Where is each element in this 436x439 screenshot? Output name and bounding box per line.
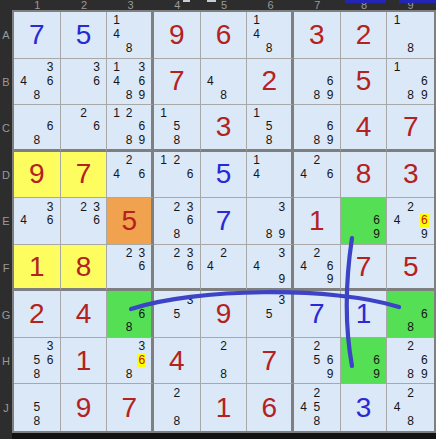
cell-value-C5: 3 — [216, 113, 232, 141]
candidate-8[interactable]: 8 — [312, 89, 321, 102]
candidate-8[interactable]: 8 — [406, 415, 415, 428]
candidate-grid: 14 — [247, 152, 291, 198]
cell-D4[interactable]: 126 — [154, 152, 201, 199]
candidate-2[interactable]: 2 — [219, 340, 228, 353]
cell-C9[interactable]: 7 — [387, 105, 434, 152]
cell-E6[interactable]: 389 — [247, 198, 294, 245]
candidate-3[interactable]: 3 — [92, 61, 101, 74]
candidate-4[interactable]: 4 — [299, 168, 308, 181]
candidate-4[interactable]: 4 — [252, 260, 261, 273]
cell-G7[interactable]: 7 — [294, 291, 341, 338]
candidate-9[interactable]: 9 — [372, 228, 381, 241]
candidate-3[interactable]: 3 — [46, 340, 55, 353]
cell-value-D8: 8 — [356, 160, 372, 188]
cell-value-A2: 5 — [76, 21, 92, 49]
candidate-1[interactable]: 1 — [252, 107, 261, 120]
cell-H9[interactable]: 2689 — [387, 338, 434, 385]
cell-C8[interactable]: 4 — [341, 105, 388, 152]
cell-value-C8: 4 — [356, 113, 372, 141]
cell-value-A8: 2 — [356, 21, 372, 49]
cell-B7[interactable]: 689 — [294, 59, 341, 106]
cell-H7[interactable]: 2569 — [294, 338, 341, 385]
candidate-1[interactable]: 1 — [159, 107, 168, 120]
candidate-grid: 2368 — [154, 198, 200, 244]
candidate-5[interactable]: 5 — [265, 308, 274, 321]
candidate-9[interactable]: 9 — [326, 89, 335, 102]
candidate-8[interactable]: 8 — [265, 42, 274, 55]
cell-G2[interactable]: 4 — [61, 291, 108, 338]
cell-H3[interactable]: 368 — [107, 338, 154, 385]
candidate-8[interactable]: 8 — [32, 134, 41, 147]
cell-E7[interactable]: 1 — [294, 198, 341, 245]
cell-A8[interactable]: 2 — [341, 12, 388, 59]
cell-A5[interactable]: 6 — [201, 12, 248, 59]
candidate-grid: 58 — [14, 384, 60, 431]
row-label-J: J — [0, 384, 12, 431]
candidate-grid: 134689 — [107, 59, 151, 105]
cell-B2[interactable]: 36 — [61, 59, 108, 106]
candidate-6[interactable]: 6 — [326, 260, 335, 273]
cell-value-A4: 9 — [169, 21, 185, 49]
cell-D9[interactable]: 3 — [387, 152, 434, 199]
candidate-grid: 349 — [247, 245, 291, 289]
cell-B1[interactable]: 3468 — [14, 59, 61, 106]
cell-B8[interactable]: 5 — [341, 59, 388, 106]
candidate-5[interactable]: 5 — [32, 401, 41, 414]
cell-A2[interactable]: 5 — [61, 12, 108, 59]
candidate-6[interactable]: 6 — [186, 168, 195, 181]
cell-C3[interactable]: 12689 — [107, 105, 154, 152]
cell-value-J5: 1 — [216, 394, 232, 422]
candidate-2[interactable]: 2 — [172, 387, 181, 400]
cell-G3[interactable]: 68 — [107, 291, 154, 338]
candidate-2[interactable]: 2 — [125, 247, 134, 260]
candidate-2[interactable]: 2 — [125, 107, 134, 120]
candidate-6[interactable]: 6 — [46, 120, 55, 133]
candidate-5[interactable]: 5 — [312, 354, 321, 367]
cell-value-B4: 7 — [169, 67, 185, 95]
top-small-fragment-1 — [183, 0, 190, 2]
candidate-grid: 35 — [154, 291, 200, 337]
candidate-5[interactable]: 5 — [312, 401, 321, 414]
cell-value-D1: 9 — [29, 160, 45, 188]
cell-F3[interactable]: 236 — [107, 245, 154, 292]
candidate-grid: 12689 — [107, 105, 151, 149]
candidate-grid: 236 — [107, 245, 151, 289]
candidate-6[interactable]: 6 — [46, 354, 55, 367]
row-label-G: G — [0, 291, 12, 338]
cell-F6[interactable]: 349 — [247, 245, 294, 292]
cell-F1[interactable]: 1 — [14, 245, 61, 292]
candidate-grid: 148 — [247, 12, 291, 58]
candidate-5[interactable]: 5 — [32, 354, 41, 367]
top-window-bar-fragment-1 — [345, 0, 386, 3]
candidate-2[interactable]: 2 — [406, 201, 415, 214]
candidate-grid: 18 — [387, 12, 434, 58]
candidate-2[interactable]: 2 — [172, 154, 181, 167]
cell-value-E3: 5 — [121, 207, 137, 235]
candidate-3[interactable]: 3 — [277, 247, 286, 260]
column-label-6: 6 — [247, 0, 294, 10]
cell-A6[interactable]: 148 — [247, 12, 294, 59]
cell-F4[interactable]: 236 — [154, 245, 201, 292]
cell-F7[interactable]: 2469 — [294, 245, 341, 292]
cell-value-H6: 7 — [261, 347, 277, 375]
cell-value-A1: 7 — [29, 21, 45, 49]
candidate-6[interactable]: 6 — [137, 260, 146, 273]
cell-J2[interactable]: 9 — [61, 384, 108, 431]
candidate-grid: 68 — [107, 291, 151, 337]
candidate-6[interactable]: 6 — [46, 75, 55, 88]
candidate-1[interactable]: 1 — [112, 14, 121, 27]
candidate-3[interactable]: 3 — [46, 61, 55, 74]
top-small-fragment-2 — [207, 0, 216, 2]
candidate-2[interactable]: 2 — [125, 154, 134, 167]
candidate-6[interactable]: 6 — [186, 214, 195, 227]
candidate-3[interactable]: 3 — [277, 201, 286, 214]
candidate-grid: 28 — [154, 384, 200, 431]
candidate-grid: 158 — [247, 105, 291, 149]
candidate-9[interactable]: 9 — [137, 89, 146, 102]
cell-D3[interactable]: 246 — [107, 152, 154, 199]
cell-value-J2: 9 — [76, 394, 92, 422]
candidate-2[interactable]: 2 — [79, 201, 88, 214]
cell-J3[interactable]: 7 — [107, 384, 154, 431]
candidate-4[interactable]: 4 — [252, 28, 261, 41]
candidate-6[interactable]: 6 — [420, 75, 429, 88]
cell-F5[interactable]: 24 — [201, 245, 248, 292]
candidate-6[interactable]: 6 — [46, 214, 55, 227]
candidate-1[interactable]: 1 — [159, 154, 168, 167]
cell-J9[interactable]: 248 — [387, 384, 434, 431]
cell-J7[interactable]: 2458 — [294, 384, 341, 431]
candidate-8[interactable]: 8 — [32, 368, 41, 381]
candidate-4[interactable]: 4 — [19, 75, 28, 88]
row-label-A: A — [0, 12, 12, 59]
candidate-6[interactable]: 6 — [326, 168, 335, 181]
column-label-3: 3 — [107, 0, 154, 10]
cell-D7[interactable]: 246 — [294, 152, 341, 199]
candidate-3[interactable]: 3 — [46, 201, 55, 214]
candidate-1[interactable]: 1 — [252, 154, 261, 167]
candidate-grid: 3468 — [14, 59, 60, 105]
row-label-E: E — [0, 198, 12, 245]
candidate-grid: 48 — [201, 59, 247, 105]
cell-G9[interactable]: 68 — [387, 291, 434, 338]
candidate-6[interactable]: 6 — [372, 214, 381, 227]
candidate-8[interactable]: 8 — [312, 134, 321, 147]
row-label-H: H — [0, 338, 12, 385]
cell-value-F1: 1 — [29, 253, 45, 281]
candidate-grid: 28 — [201, 338, 247, 384]
candidate-8[interactable]: 8 — [219, 89, 228, 102]
cell-E4[interactable]: 2368 — [154, 198, 201, 245]
cell-value-D9: 3 — [403, 160, 419, 188]
candidate-9[interactable]: 9 — [277, 273, 286, 286]
cell-J5[interactable]: 1 — [201, 384, 248, 431]
cell-value-A7: 3 — [309, 21, 325, 49]
top-window-bar-fragment-2 — [399, 0, 436, 3]
cell-value-B8: 5 — [356, 67, 372, 95]
cell-J6[interactable]: 6 — [247, 384, 294, 431]
candidate-grid: 236 — [61, 198, 107, 244]
cell-value-J6: 6 — [261, 394, 277, 422]
cell-value-J8: 3 — [356, 394, 372, 422]
candidate-3[interactable]: 3 — [186, 201, 195, 214]
cell-value-G1: 2 — [29, 300, 45, 328]
cell-G5[interactable]: 9 — [201, 291, 248, 338]
cell-value-F8: 7 — [356, 253, 372, 281]
candidate-2[interactable]: 2 — [406, 387, 415, 400]
candidate-2[interactable]: 2 — [79, 107, 88, 120]
candidate-6[interactable]: 6 — [92, 214, 101, 227]
cell-F8[interactable]: 7 — [341, 245, 388, 292]
row-labels: ABCDEFGHJ — [0, 12, 12, 431]
cell-value-F9: 5 — [403, 253, 419, 281]
candidate-6[interactable]: 6 — [92, 120, 101, 133]
candidate-9[interactable]: 9 — [372, 368, 381, 381]
candidate-1[interactable]: 1 — [393, 14, 402, 27]
cell-A7[interactable]: 3 — [294, 12, 341, 59]
cell-H2[interactable]: 1 — [61, 338, 108, 385]
cell-J8[interactable]: 3 — [341, 384, 388, 431]
candidate-9[interactable]: 9 — [420, 368, 429, 381]
cell-D2[interactable]: 7 — [61, 152, 108, 199]
candidate-4[interactable]: 4 — [393, 214, 402, 227]
sudoku-app-stage: 123456789 ABCDEFGHJ 75148961483218346836… — [0, 0, 436, 439]
candidate-2[interactable]: 2 — [312, 154, 321, 167]
row-label-F: F — [0, 245, 12, 292]
candidate-1[interactable]: 1 — [112, 61, 121, 74]
candidate-8[interactable]: 8 — [32, 89, 41, 102]
candidate-6[interactable]: 6 — [326, 75, 335, 88]
cell-C4[interactable]: 158 — [154, 105, 201, 152]
cell-J1[interactable]: 58 — [14, 384, 61, 431]
cell-A3[interactable]: 148 — [107, 12, 154, 59]
candidate-6[interactable]: 6 — [137, 120, 146, 133]
candidate-8[interactable]: 8 — [125, 134, 134, 147]
cell-B3[interactable]: 134689 — [107, 59, 154, 106]
candidate-6[interactable]: 6 — [326, 354, 335, 367]
cell-value-B6: 2 — [261, 67, 277, 95]
cell-value-G8: 1 — [356, 300, 372, 328]
candidate-3[interactable]: 3 — [186, 247, 195, 260]
cell-G4[interactable]: 35 — [154, 291, 201, 338]
candidate-5[interactable]: 5 — [172, 120, 181, 133]
cell-E2[interactable]: 236 — [61, 198, 108, 245]
candidate-9[interactable]: 9 — [420, 89, 429, 102]
candidate-6[interactable]: 6 — [186, 260, 195, 273]
cell-D6[interactable]: 14 — [247, 152, 294, 199]
candidate-grid: 689 — [294, 105, 340, 149]
cell-C6[interactable]: 158 — [247, 105, 294, 152]
cell-E5[interactable]: 7 — [201, 198, 248, 245]
candidate-4[interactable]: 4 — [393, 401, 402, 414]
candidate-grid: 389 — [247, 198, 291, 244]
cell-value-G7: 7 — [309, 300, 325, 328]
cell-C5[interactable]: 3 — [201, 105, 248, 152]
candidate-4[interactable]: 4 — [252, 168, 261, 181]
cell-H4[interactable]: 4 — [154, 338, 201, 385]
candidate-6[interactable]: 6 — [420, 354, 429, 367]
candidate-6[interactable]: 6 — [137, 354, 146, 367]
candidate-8[interactable]: 8 — [172, 228, 181, 241]
candidate-grid: 126 — [154, 152, 200, 198]
candidate-4[interactable]: 4 — [112, 75, 121, 88]
cell-H8[interactable]: 69 — [341, 338, 388, 385]
candidate-6[interactable]: 6 — [372, 354, 381, 367]
candidate-8[interactable]: 8 — [125, 89, 134, 102]
candidate-2[interactable]: 2 — [312, 247, 321, 260]
candidate-8[interactable]: 8 — [172, 415, 181, 428]
candidate-1[interactable]: 1 — [112, 107, 121, 120]
candidate-9[interactable]: 9 — [326, 273, 335, 286]
candidate-grid: 236 — [154, 245, 200, 289]
candidate-2[interactable]: 2 — [312, 340, 321, 353]
candidate-4[interactable]: 4 — [299, 260, 308, 273]
candidate-8[interactable]: 8 — [265, 228, 274, 241]
candidate-8[interactable]: 8 — [125, 368, 134, 381]
cell-A1[interactable]: 7 — [14, 12, 61, 59]
candidate-2[interactable]: 2 — [219, 247, 228, 260]
candidate-4[interactable]: 4 — [112, 28, 121, 41]
cell-G8[interactable]: 1 — [341, 291, 388, 338]
candidate-2[interactable]: 2 — [172, 201, 181, 214]
sudoku-board: 7514896148321834683613468974826895168968… — [12, 10, 436, 433]
candidate-4[interactable]: 4 — [206, 75, 215, 88]
candidate-6[interactable]: 6 — [137, 308, 146, 321]
candidate-8[interactable]: 8 — [32, 415, 41, 428]
row-label-B: B — [0, 59, 12, 106]
candidate-grid: 36 — [61, 59, 107, 105]
cell-D8[interactable]: 8 — [341, 152, 388, 199]
candidate-8[interactable]: 8 — [265, 134, 274, 147]
candidate-grid: 2469 — [294, 245, 340, 289]
cell-C7[interactable]: 689 — [294, 105, 341, 152]
candidate-8[interactable]: 8 — [406, 42, 415, 55]
cell-value-D5: 5 — [216, 160, 232, 188]
candidate-2[interactable]: 2 — [312, 387, 321, 400]
cell-E8[interactable]: 69 — [341, 198, 388, 245]
candidate-4[interactable]: 4 — [206, 260, 215, 273]
candidate-grid: 2689 — [387, 338, 434, 384]
candidate-5[interactable]: 5 — [172, 308, 181, 321]
candidate-3[interactable]: 3 — [137, 247, 146, 260]
candidate-3[interactable]: 3 — [137, 61, 146, 74]
candidate-4[interactable]: 4 — [19, 214, 28, 227]
candidate-5[interactable]: 5 — [265, 120, 274, 133]
cell-A9[interactable]: 18 — [387, 12, 434, 59]
candidate-3[interactable]: 3 — [277, 294, 286, 307]
candidate-8[interactable]: 8 — [312, 415, 321, 428]
candidate-2[interactable]: 2 — [406, 340, 415, 353]
candidate-grid: 69 — [341, 338, 387, 384]
candidate-grid: 68 — [387, 291, 434, 337]
candidate-3[interactable]: 3 — [186, 294, 195, 307]
candidate-grid: 68 — [14, 105, 60, 149]
cell-G1[interactable]: 2 — [14, 291, 61, 338]
cell-B5[interactable]: 48 — [201, 59, 248, 106]
bottom-border-strip — [12, 433, 436, 439]
cell-E3[interactable]: 5 — [107, 198, 154, 245]
column-label-4: 4 — [154, 0, 201, 10]
candidate-8[interactable]: 8 — [406, 368, 415, 381]
cell-value-D2: 7 — [76, 160, 92, 188]
cell-G6[interactable]: 35 — [247, 291, 294, 338]
cell-H6[interactable]: 7 — [247, 338, 294, 385]
candidate-grid: 689 — [294, 59, 340, 105]
candidate-9[interactable]: 9 — [277, 228, 286, 241]
candidate-9[interactable]: 9 — [326, 368, 335, 381]
cell-C1[interactable]: 68 — [14, 105, 61, 152]
candidate-8[interactable]: 8 — [172, 134, 181, 147]
cell-value-H2: 1 — [76, 347, 92, 375]
cell-D5[interactable]: 5 — [201, 152, 248, 199]
candidate-6[interactable]: 6 — [326, 120, 335, 133]
candidate-6[interactable]: 6 — [92, 75, 101, 88]
candidate-8[interactable]: 8 — [219, 368, 228, 381]
candidate-4[interactable]: 4 — [299, 401, 308, 414]
candidate-grid: 26 — [61, 105, 107, 149]
candidate-6[interactable]: 6 — [137, 75, 146, 88]
candidate-3[interactable]: 3 — [137, 340, 146, 353]
candidate-1[interactable]: 1 — [393, 61, 402, 74]
candidate-grid: 2469 — [387, 198, 434, 244]
cell-B4[interactable]: 7 — [154, 59, 201, 106]
candidate-6[interactable]: 6 — [420, 214, 429, 227]
column-label-1: 1 — [14, 0, 61, 10]
column-label-7: 7 — [294, 0, 341, 10]
candidate-8[interactable]: 8 — [406, 89, 415, 102]
candidate-3[interactable]: 3 — [92, 201, 101, 214]
candidate-8[interactable]: 8 — [125, 42, 134, 55]
candidate-grid: 2569 — [294, 338, 340, 384]
cell-F2[interactable]: 8 — [61, 245, 108, 292]
candidate-grid: 246 — [107, 152, 151, 198]
cell-C2[interactable]: 26 — [61, 105, 108, 152]
cell-J4[interactable]: 28 — [154, 384, 201, 431]
candidate-1[interactable]: 1 — [252, 14, 261, 27]
candidate-8[interactable]: 8 — [406, 321, 415, 334]
cell-B6[interactable]: 2 — [247, 59, 294, 106]
candidate-6[interactable]: 6 — [137, 168, 146, 181]
candidate-grid: 2458 — [294, 384, 340, 431]
cell-F9[interactable]: 5 — [387, 245, 434, 292]
candidate-9[interactable]: 9 — [326, 134, 335, 147]
candidate-grid: 69 — [341, 198, 387, 244]
cell-E9[interactable]: 2469 — [387, 198, 434, 245]
candidate-9[interactable]: 9 — [137, 134, 146, 147]
cell-B9[interactable]: 1689 — [387, 59, 434, 106]
column-label-2: 2 — [61, 0, 108, 10]
cell-D1[interactable]: 9 — [14, 152, 61, 199]
candidate-9[interactable]: 9 — [420, 228, 429, 241]
candidate-grid: 1689 — [387, 59, 434, 105]
candidate-4[interactable]: 4 — [112, 168, 121, 181]
cell-A4[interactable]: 9 — [154, 12, 201, 59]
cell-H1[interactable]: 3568 — [14, 338, 61, 385]
candidate-grid: 248 — [387, 384, 434, 431]
row-label-C: C — [0, 105, 12, 152]
candidate-2[interactable]: 2 — [172, 247, 181, 260]
candidate-grid: 3568 — [14, 338, 60, 384]
candidate-grid: 368 — [107, 338, 151, 384]
cell-E1[interactable]: 346 — [14, 198, 61, 245]
candidate-6[interactable]: 6 — [420, 308, 429, 321]
cell-H5[interactable]: 28 — [201, 338, 248, 385]
cell-value-G2: 4 — [76, 300, 92, 328]
candidate-8[interactable]: 8 — [125, 321, 134, 334]
